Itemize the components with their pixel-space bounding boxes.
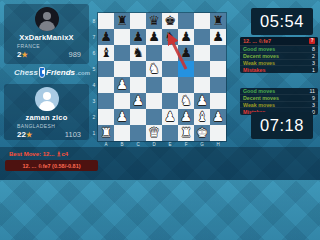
mistake-badge-icon: ?: [309, 38, 315, 44]
row-label: Decent moves: [243, 53, 279, 59]
table-row: Weak moves3: [240, 60, 318, 67]
square-g7[interactable]: [194, 29, 210, 45]
player-rating-bottom: 1103: [65, 130, 81, 139]
logo-text-chess: Chess: [14, 68, 38, 77]
square-b2[interactable]: ♟: [114, 109, 130, 125]
square-f2[interactable]: ♟: [178, 109, 194, 125]
square-c7[interactable]: ♟: [130, 29, 146, 45]
square-g5[interactable]: [194, 61, 210, 77]
rank-label: 3: [91, 93, 97, 109]
square-a7[interactable]: ♟: [98, 29, 114, 45]
black-pawn: ♟: [180, 29, 192, 45]
file-labels: ABCDEFGH: [98, 142, 226, 149]
file-label: C: [130, 142, 146, 149]
white-bishop: ♝: [196, 109, 208, 125]
rank-label: 6: [91, 45, 97, 61]
row-label: Decent moves: [243, 95, 279, 101]
black-pawn: ♟: [132, 29, 144, 45]
square-b3[interactable]: [114, 93, 130, 109]
star-icon: ★: [21, 51, 27, 58]
square-f3[interactable]: ♞: [178, 93, 194, 109]
square-c4[interactable]: [130, 77, 146, 93]
clock-top-player: 05:54: [251, 8, 313, 35]
square-f5[interactable]: [178, 61, 194, 77]
square-h7[interactable]: ♟: [210, 29, 226, 45]
logo-text-friends: Friends: [46, 68, 75, 77]
square-f6[interactable]: ♟: [178, 45, 194, 61]
row-value: 1: [312, 67, 315, 73]
player-country-top: FRANCE: [17, 43, 40, 49]
black-pawn: ♟: [180, 45, 192, 61]
file-label: B: [114, 142, 130, 149]
square-g4[interactable]: [194, 77, 210, 93]
table-rows-top: Good moves8Decent moves2Weak moves3Mista…: [240, 46, 318, 73]
rank-label: 5: [91, 61, 97, 77]
chessfriends-game-screen: { "game": "chess", "position": { "fen": …: [0, 0, 320, 180]
rank-labels: 87654321: [91, 13, 97, 141]
white-rook: ♜: [100, 125, 112, 141]
person-icon: [39, 21, 55, 31]
row-label: Mistakes: [243, 67, 265, 73]
square-e6[interactable]: [162, 45, 178, 61]
file-label: E: [162, 142, 178, 149]
square-d8[interactable]: ♛: [146, 13, 162, 29]
table-header-move: 12. ... ♘fe7: [243, 38, 271, 44]
logo-text-com: .com: [76, 70, 90, 76]
square-g3[interactable]: ♟: [194, 93, 210, 109]
square-a1[interactable]: ♜: [98, 125, 114, 141]
player-stars-bottom: 22★: [17, 130, 32, 139]
white-pawn: ♟: [196, 93, 208, 109]
square-b1[interactable]: [114, 125, 130, 141]
black-king: ♚: [164, 13, 176, 29]
row-value: 3: [312, 60, 315, 66]
square-b5[interactable]: [114, 61, 130, 77]
square-a5[interactable]: [98, 61, 114, 77]
square-h1[interactable]: [210, 125, 226, 141]
square-a3[interactable]: [98, 93, 114, 109]
white-queen: ♛: [148, 125, 160, 141]
square-d5[interactable]: ♞: [146, 61, 162, 77]
played-move-label: 12. ... ♘fe7 (0.58/-0.81): [5, 160, 98, 171]
square-f4[interactable]: [178, 77, 194, 93]
square-e8[interactable]: ♚: [162, 13, 178, 29]
white-pawn: ♟: [116, 77, 128, 93]
row-value: 11: [310, 88, 316, 94]
chess-board: 87654321 ♜♛♚♜♟♟♟♞♟♟♝♞♟♞♟♟♞♟♟♟♟♝♟♜♛♜♚ ABC…: [98, 13, 226, 141]
table-row: Mistakes1: [240, 66, 318, 73]
player-stars-top: 2★: [17, 50, 28, 59]
rank-label: 4: [91, 77, 97, 93]
square-f8[interactable]: [178, 13, 194, 29]
square-c1[interactable]: [130, 125, 146, 141]
square-h3[interactable]: [210, 93, 226, 109]
white-rook: ♜: [180, 125, 192, 141]
square-e4[interactable]: [162, 77, 178, 93]
rank-label: 8: [91, 13, 97, 29]
square-d7[interactable]: ♟: [146, 29, 162, 45]
star-icon: ★: [26, 131, 32, 138]
file-label: A: [98, 142, 114, 149]
black-knight: ♞: [132, 45, 144, 61]
square-h2[interactable]: ♟: [210, 109, 226, 125]
file-label: F: [178, 142, 194, 149]
row-value: 8: [312, 46, 315, 52]
shield-icon: [39, 67, 45, 78]
player-name-bottom: zaman zico: [4, 113, 89, 122]
black-knight: ♞: [164, 29, 176, 45]
square-d2[interactable]: [146, 109, 162, 125]
square-e1[interactable]: [162, 125, 178, 141]
black-pawn: ♟: [100, 29, 112, 45]
square-c3[interactable]: ♟: [130, 93, 146, 109]
square-c8[interactable]: [130, 13, 146, 29]
square-h4[interactable]: [210, 77, 226, 93]
square-d3[interactable]: [146, 93, 162, 109]
player-name-top: XxDarkManixX: [4, 33, 89, 42]
person-icon: [43, 92, 51, 100]
square-e3[interactable]: [162, 93, 178, 109]
white-pawn: ♟: [132, 93, 144, 109]
player-country-bottom: BANGLADESH: [17, 123, 55, 129]
white-pawn: ♟: [180, 109, 192, 125]
black-rook: ♜: [116, 13, 128, 29]
square-c2[interactable]: [130, 109, 146, 125]
person-icon: [43, 12, 51, 20]
square-a6[interactable]: ♝: [98, 45, 114, 61]
black-pawn: ♟: [148, 29, 160, 45]
move-quality-table-top: 12. ... ♘fe7 ? Good moves8Decent moves2W…: [240, 37, 318, 73]
black-bishop: ♝: [100, 45, 112, 61]
file-label: G: [194, 142, 210, 149]
black-pawn: ♟: [212, 29, 224, 45]
square-e5[interactable]: [162, 61, 178, 77]
white-pawn: ♟: [116, 109, 128, 125]
file-label: H: [210, 142, 226, 149]
row-label: Good moves: [243, 46, 275, 52]
square-b8[interactable]: ♜: [114, 13, 130, 29]
square-d6[interactable]: [146, 45, 162, 61]
row-label: Weak moves: [243, 102, 275, 108]
clock-bottom-player: 07:18: [251, 112, 313, 139]
square-d4[interactable]: [146, 77, 162, 93]
white-knight: ♞: [148, 61, 160, 77]
avatar-top-player: [35, 7, 59, 31]
rank-label: 1: [91, 125, 97, 141]
square-h5[interactable]: [210, 61, 226, 77]
row-value: 2: [312, 53, 315, 59]
white-king: ♚: [196, 125, 208, 141]
row-label: Good moves: [243, 88, 275, 94]
square-b4[interactable]: ♟: [114, 77, 130, 93]
square-g8[interactable]: [194, 13, 210, 29]
black-queen: ♛: [148, 13, 160, 29]
person-icon: [39, 101, 55, 111]
rank-label: 7: [91, 29, 97, 45]
file-label: D: [146, 142, 162, 149]
square-b6[interactable]: [114, 45, 130, 61]
square-d1[interactable]: ♛: [146, 125, 162, 141]
square-a4[interactable]: [98, 77, 114, 93]
player-panel-bottom: zaman zico BANGLADESH 22★ 1103: [4, 84, 89, 140]
white-pawn: ♟: [212, 109, 224, 125]
chessfriends-logo[interactable]: Chess Friends .com: [14, 65, 90, 80]
table-row: Weak moves3: [240, 102, 318, 109]
player-panel-top: XxDarkManixX FRANCE 2★ 989: [4, 4, 89, 64]
square-a8[interactable]: [98, 13, 114, 29]
best-move-label: Best Move: 12... ♗c4: [9, 150, 68, 157]
rank-label: 2: [91, 109, 97, 125]
black-rook: ♜: [212, 13, 224, 29]
white-pawn: ♟: [164, 109, 176, 125]
square-h6[interactable]: [210, 45, 226, 61]
square-c5[interactable]: [130, 61, 146, 77]
row-value: 3: [312, 102, 315, 108]
square-e2[interactable]: ♟: [162, 109, 178, 125]
row-label: Weak moves: [243, 60, 275, 66]
square-g1[interactable]: ♚: [194, 125, 210, 141]
white-knight: ♞: [180, 93, 192, 109]
avatar-bottom-player: [35, 87, 59, 111]
square-e7[interactable]: ♞: [162, 29, 178, 45]
square-h8[interactable]: ♜: [210, 13, 226, 29]
row-value: 9: [312, 95, 315, 101]
square-a2[interactable]: [98, 109, 114, 125]
player-rating-top: 989: [68, 50, 81, 59]
square-b7[interactable]: [114, 29, 130, 45]
square-f7[interactable]: ♟: [178, 29, 194, 45]
square-g2[interactable]: ♝: [194, 109, 210, 125]
square-g6[interactable]: [194, 45, 210, 61]
board-grid: ♜♛♚♜♟♟♟♞♟♟♝♞♟♞♟♟♞♟♟♟♟♝♟♜♛♜♚: [98, 13, 226, 141]
square-c6[interactable]: ♞: [130, 45, 146, 61]
square-f1[interactable]: ♜: [178, 125, 194, 141]
